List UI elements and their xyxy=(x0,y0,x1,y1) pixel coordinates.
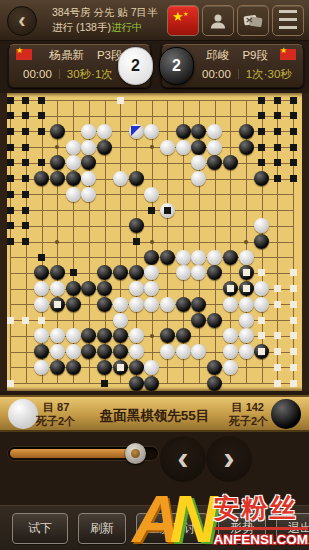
white-stone xyxy=(254,297,269,312)
black-territory-marker xyxy=(7,97,14,104)
grid-line xyxy=(277,100,278,383)
black-captures-badge: 2 xyxy=(159,47,194,85)
black-stone xyxy=(191,124,206,139)
black-territory-marker xyxy=(258,97,265,104)
black-territory-marker xyxy=(274,112,281,119)
white-captures-badge: 2 xyxy=(118,47,153,85)
black-stone xyxy=(160,250,175,265)
black-territory-marker xyxy=(274,128,281,135)
white-territory-marker xyxy=(274,380,281,387)
black-territory-marker xyxy=(22,207,29,214)
white-stone xyxy=(207,250,222,265)
white-stone xyxy=(223,297,238,312)
white-player-byoyomi: 30秒·1次 xyxy=(67,68,113,80)
white-stone xyxy=(129,281,144,296)
divider xyxy=(238,69,239,79)
black-stone xyxy=(207,155,222,170)
black-territory-marker xyxy=(290,112,297,119)
white-stone xyxy=(223,328,238,343)
black-stone xyxy=(129,360,144,375)
black-territory-marker xyxy=(7,128,14,135)
move-slider-fill xyxy=(10,449,137,458)
game-progress: 进行 (138手)进行中 xyxy=(52,20,158,35)
black-territory-marker xyxy=(133,238,140,245)
black-stone xyxy=(113,328,128,343)
black-territory-marker xyxy=(38,254,45,261)
black-territory-marker xyxy=(148,207,155,214)
black-stone xyxy=(66,171,81,186)
black-stone xyxy=(129,376,144,391)
white-territory-marker xyxy=(290,364,297,371)
white-stone xyxy=(160,297,175,312)
messages-icon xyxy=(242,12,264,30)
white-territory-marker xyxy=(274,364,281,371)
white-stone xyxy=(66,328,81,343)
black-stone xyxy=(144,376,159,391)
dead-black-stone xyxy=(254,344,269,359)
white-stone xyxy=(50,344,65,359)
star-point xyxy=(150,334,154,338)
move-slider[interactable] xyxy=(7,446,159,461)
black-territory-marker xyxy=(22,128,29,135)
white-player-name: 杨鼎新 xyxy=(49,49,84,61)
black-stone xyxy=(50,360,65,375)
black-stone xyxy=(50,265,65,280)
black-territory-marker xyxy=(38,97,45,104)
move-count: 进行 (138手) xyxy=(52,21,111,33)
black-territory-marker xyxy=(7,222,14,229)
white-stone xyxy=(81,171,96,186)
black-stone xyxy=(207,360,222,375)
white-stone xyxy=(176,140,191,155)
menu-icon xyxy=(279,10,297,31)
black-stone xyxy=(81,344,96,359)
black-territory-marker xyxy=(38,112,45,119)
black-territory: 目 142 xyxy=(232,400,264,415)
white-territory-marker xyxy=(290,269,297,276)
black-player-name: 邱峻 xyxy=(206,49,229,61)
black-territory-marker xyxy=(22,144,29,151)
black-stone xyxy=(97,297,112,312)
black-stone xyxy=(254,171,269,186)
white-player-flag-icon xyxy=(16,49,32,60)
last-move-stone xyxy=(129,124,144,139)
black-territory-marker xyxy=(7,159,14,166)
black-stone xyxy=(113,344,128,359)
white-territory-marker xyxy=(290,317,297,324)
star-point xyxy=(55,145,59,149)
black-stone xyxy=(66,281,81,296)
white-territory-marker xyxy=(290,332,297,339)
dead-stone-mark xyxy=(164,207,171,214)
black-territory-marker xyxy=(7,191,14,198)
white-stone xyxy=(34,360,49,375)
black-stone xyxy=(113,265,128,280)
black-player-time: 00:00 xyxy=(202,68,231,80)
white-stone xyxy=(144,265,159,280)
white-stone xyxy=(129,344,144,359)
white-stone xyxy=(81,140,96,155)
white-stone xyxy=(239,344,254,359)
black-stone xyxy=(223,155,238,170)
white-stone xyxy=(50,281,65,296)
white-stone xyxy=(81,187,96,202)
white-territory-marker xyxy=(258,269,265,276)
white-stone xyxy=(191,265,206,280)
black-territory-marker xyxy=(290,128,297,135)
black-stone xyxy=(97,328,112,343)
black-stone xyxy=(50,155,65,170)
bottom-toolbar: 试下刷新重新研讨形势退出 xyxy=(0,505,309,550)
black-territory-marker xyxy=(38,128,45,135)
white-stone xyxy=(66,187,81,202)
white-stone xyxy=(239,313,254,328)
dead-stone-mark xyxy=(227,285,234,292)
grid-line xyxy=(293,100,294,383)
white-stone xyxy=(144,187,159,202)
white-stone xyxy=(50,328,65,343)
white-stone xyxy=(144,124,159,139)
profile-button[interactable] xyxy=(202,5,234,36)
dead-stone-mark xyxy=(54,301,61,308)
china-flag-icon: ★ xyxy=(172,9,184,24)
messages-button[interactable] xyxy=(237,5,269,36)
black-stone xyxy=(50,171,65,186)
black-stone xyxy=(34,171,49,186)
back-button[interactable]: ‹ xyxy=(7,6,37,36)
chevron-left-icon: ‹ xyxy=(177,440,188,474)
toolbar-button-0[interactable]: 试下 xyxy=(12,513,68,544)
black-stone xyxy=(81,328,96,343)
china-flag-small-stars: ★ xyxy=(183,10,188,17)
white-territory-marker xyxy=(274,285,281,292)
white-stone xyxy=(191,171,206,186)
white-stone xyxy=(207,124,222,139)
black-stone xyxy=(81,155,96,170)
white-stone xyxy=(113,171,128,186)
black-stone xyxy=(176,297,191,312)
player-panel-white: 杨鼎新 P3段 00:0030秒·1次 2 xyxy=(8,44,151,88)
black-stone xyxy=(191,313,206,328)
black-stone xyxy=(97,360,112,375)
go-board[interactable] xyxy=(0,93,309,391)
black-territory-marker xyxy=(7,238,14,245)
white-stone xyxy=(239,250,254,265)
black-stone xyxy=(254,234,269,249)
toolbar-button-2[interactable]: 重新研讨 xyxy=(136,513,208,544)
score-bar: 目 87 死子2个 盘面黑棋领先55目 目 142 死子2个 xyxy=(0,395,309,432)
black-stone xyxy=(129,218,144,233)
black-territory-marker xyxy=(274,159,281,166)
dead-stone-mark xyxy=(243,285,250,292)
black-territory-marker xyxy=(38,159,45,166)
white-stone xyxy=(113,297,128,312)
black-territory-marker xyxy=(7,175,14,182)
white-stone xyxy=(34,281,49,296)
black-territory-marker xyxy=(70,269,77,276)
black-territory-marker xyxy=(22,238,29,245)
white-territory-marker xyxy=(7,380,14,387)
white-territory-marker xyxy=(7,317,14,324)
dead-stone-mark xyxy=(117,364,124,371)
dead-black-stone xyxy=(50,297,65,312)
toolbar-button-1[interactable]: 刷新 xyxy=(78,513,126,544)
last-move-triangle-icon xyxy=(131,126,141,136)
black-stone xyxy=(176,124,191,139)
black-territory-marker xyxy=(290,175,297,182)
white-stone xyxy=(176,250,191,265)
black-territory-marker xyxy=(7,112,14,119)
black-territory-marker xyxy=(22,222,29,229)
white-stone xyxy=(144,281,159,296)
white-territory-marker xyxy=(38,317,45,324)
menu-button[interactable] xyxy=(272,5,304,36)
black-stone xyxy=(239,140,254,155)
dead-black-stone xyxy=(113,360,128,375)
white-stone xyxy=(176,265,191,280)
black-territory-marker xyxy=(258,112,265,119)
white-stone xyxy=(144,297,159,312)
white-stone xyxy=(129,297,144,312)
black-stone xyxy=(66,360,81,375)
dead-stone-mark xyxy=(243,269,250,276)
black-stone xyxy=(97,140,112,155)
chevron-right-icon: › xyxy=(223,440,234,474)
black-stone xyxy=(176,328,191,343)
black-territory-marker xyxy=(274,97,281,104)
white-territory-marker xyxy=(274,301,281,308)
dead-stone-mark xyxy=(258,348,265,355)
black-territory-marker xyxy=(101,380,108,387)
black-stone xyxy=(223,250,238,265)
dead-black-stone xyxy=(223,281,238,296)
white-territory-marker xyxy=(290,285,297,292)
top-bar-buttons: ★ ★ xyxy=(167,5,304,36)
black-stone xyxy=(207,376,222,391)
black-stone xyxy=(81,281,96,296)
white-stone xyxy=(34,328,49,343)
white-territory-marker xyxy=(290,348,297,355)
white-stone xyxy=(160,344,175,359)
playback-controls: ‹ › xyxy=(0,438,309,484)
black-stone xyxy=(207,313,222,328)
move-slider-thumb[interactable] xyxy=(125,443,146,464)
white-territory-marker xyxy=(290,380,297,387)
white-stone xyxy=(207,140,222,155)
white-territory-marker xyxy=(290,301,297,308)
black-stone-icon xyxy=(271,399,301,429)
black-stone xyxy=(144,250,159,265)
next-move-button[interactable]: › xyxy=(206,436,252,482)
divider xyxy=(59,69,60,79)
back-chevron-icon: ‹ xyxy=(18,10,25,32)
black-stone xyxy=(239,124,254,139)
white-territory-marker xyxy=(274,348,281,355)
white-territory-marker xyxy=(258,332,265,339)
black-player-flag-icon xyxy=(280,49,296,60)
white-stone xyxy=(254,218,269,233)
black-stone xyxy=(129,265,144,280)
black-territory-marker xyxy=(22,159,29,166)
white-stone xyxy=(223,344,238,359)
black-stone xyxy=(129,171,144,186)
white-stone xyxy=(34,297,49,312)
top-bar: ‹ 384号房 分先 贴 7目半 进行 (138手)进行中 ★ ★ xyxy=(0,0,309,41)
white-stone xyxy=(191,344,206,359)
black-territory-marker xyxy=(258,159,265,166)
white-territory-marker xyxy=(22,317,29,324)
white-territory-marker xyxy=(274,332,281,339)
flag-button[interactable]: ★ ★ xyxy=(167,5,199,36)
star-point xyxy=(150,145,154,149)
black-player-rank: P9段 xyxy=(242,49,268,61)
white-stone xyxy=(113,313,128,328)
black-territory-marker xyxy=(22,191,29,198)
room-title: 384号房 分先 贴 7目半 进行 (138手)进行中 xyxy=(52,5,158,35)
status-badge: 进行中 xyxy=(111,21,143,33)
dead-white-stone xyxy=(160,203,175,218)
white-stone xyxy=(66,140,81,155)
black-dead-count: 死子2个 xyxy=(229,414,268,429)
black-territory-marker xyxy=(290,159,297,166)
toolbar-button-4[interactable]: 退出 xyxy=(276,513,309,544)
black-stone xyxy=(191,297,206,312)
dead-black-stone xyxy=(239,281,254,296)
white-stone xyxy=(239,328,254,343)
white-stone xyxy=(223,360,238,375)
black-territory-marker xyxy=(22,112,29,119)
black-stone xyxy=(97,344,112,359)
black-stone xyxy=(97,265,112,280)
room-info: 384号房 分先 贴 7目半 xyxy=(52,5,158,20)
previous-move-button[interactable]: ‹ xyxy=(160,436,206,482)
white-stone xyxy=(66,155,81,170)
star-point xyxy=(244,240,248,244)
white-territory-marker xyxy=(117,97,124,104)
black-territory-marker xyxy=(290,97,297,104)
white-stone xyxy=(191,155,206,170)
black-territory-marker xyxy=(22,97,29,104)
toolbar-button-3[interactable]: 形势 xyxy=(218,513,266,544)
white-stone xyxy=(160,140,175,155)
white-player-time: 00:00 xyxy=(23,68,52,80)
black-territory-marker xyxy=(7,207,14,214)
black-territory-marker xyxy=(290,144,297,151)
black-territory-marker xyxy=(274,144,281,151)
white-territory-marker xyxy=(258,317,265,324)
black-territory-marker xyxy=(7,144,14,151)
black-stone xyxy=(34,344,49,359)
black-player-byoyomi: 1次·30秒 xyxy=(246,68,292,80)
black-stone xyxy=(50,124,65,139)
user-icon xyxy=(208,11,228,31)
white-stone xyxy=(176,344,191,359)
black-stone xyxy=(66,297,81,312)
black-stone xyxy=(34,265,49,280)
black-territory-marker xyxy=(274,175,281,182)
white-stone xyxy=(129,328,144,343)
white-stone xyxy=(239,297,254,312)
dead-black-stone xyxy=(239,265,254,280)
white-stone xyxy=(254,281,269,296)
black-territory-marker xyxy=(258,144,265,151)
black-territory-marker xyxy=(258,128,265,135)
white-stone xyxy=(97,124,112,139)
black-stone xyxy=(160,328,175,343)
white-stone xyxy=(191,250,206,265)
white-stone xyxy=(144,360,159,375)
white-stone xyxy=(81,124,96,139)
black-stone xyxy=(207,265,222,280)
white-stone xyxy=(66,344,81,359)
star-point xyxy=(150,240,154,244)
black-territory-marker xyxy=(22,175,29,182)
player-panel-black: 邱峻 P9段 00:001次·30秒 2 xyxy=(161,44,304,88)
black-stone xyxy=(191,140,206,155)
star-point xyxy=(55,240,59,244)
black-stone xyxy=(97,281,112,296)
